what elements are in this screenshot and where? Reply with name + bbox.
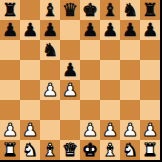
square-d2[interactable]: [60, 120, 80, 140]
piece-white-bishop: ♝: [42, 140, 58, 160]
piece-white-pawn: ♟: [62, 80, 78, 100]
piece-white-king: ♚: [82, 140, 98, 160]
piece-black-queen: ♛: [62, 0, 78, 20]
square-g7[interactable]: ♟: [120, 20, 140, 40]
square-e6[interactable]: [80, 40, 100, 60]
piece-black-pawn: ♟: [82, 20, 98, 40]
piece-white-pawn: ♟: [82, 120, 98, 140]
piece-black-pawn: ♟: [22, 20, 38, 40]
piece-black-pawn: ♟: [2, 20, 18, 40]
square-e3[interactable]: [80, 100, 100, 120]
piece-white-pawn: ♟: [2, 120, 18, 140]
piece-black-pawn: ♟: [122, 20, 138, 40]
square-f1[interactable]: ♝: [100, 140, 120, 160]
piece-white-rook: ♜: [2, 140, 18, 160]
piece-white-bishop: ♝: [102, 140, 118, 160]
square-c5[interactable]: [40, 60, 60, 80]
piece-black-bishop: ♝: [42, 0, 58, 20]
square-b6[interactable]: [20, 40, 40, 60]
square-f8[interactable]: ♝: [100, 0, 120, 20]
square-f7[interactable]: ♟: [100, 20, 120, 40]
piece-white-pawn: ♟: [42, 80, 58, 100]
square-d5[interactable]: ♟: [60, 60, 80, 80]
square-d1[interactable]: ♛: [60, 140, 80, 160]
square-a4[interactable]: [0, 80, 20, 100]
square-b1[interactable]: ♞: [20, 140, 40, 160]
piece-black-king: ♚: [82, 0, 98, 20]
square-e4[interactable]: [80, 80, 100, 100]
square-e7[interactable]: ♟: [80, 20, 100, 40]
square-f5[interactable]: [100, 60, 120, 80]
square-h6[interactable]: [140, 40, 160, 60]
square-g6[interactable]: [120, 40, 140, 60]
square-f2[interactable]: ♟: [100, 120, 120, 140]
square-h3[interactable]: [140, 100, 160, 120]
square-a1[interactable]: ♜: [0, 140, 20, 160]
square-c2[interactable]: [40, 120, 60, 140]
piece-black-rook: ♜: [2, 0, 18, 20]
piece-black-pawn: ♟: [42, 20, 58, 40]
square-e5[interactable]: [80, 60, 100, 80]
piece-black-knight: ♞: [122, 0, 138, 20]
chess-board-frame: ♜♝♛♚♝♞♜♟♟♟♟♟♟♟♞♟♟♟♟♟♟♟♟♟♜♞♝♛♚♝♞♜: [0, 0, 162, 162]
square-a5[interactable]: [0, 60, 20, 80]
square-e1[interactable]: ♚: [80, 140, 100, 160]
square-h7[interactable]: ♟: [140, 20, 160, 40]
square-f3[interactable]: [100, 100, 120, 120]
piece-black-rook: ♜: [142, 0, 158, 20]
piece-black-pawn: ♟: [62, 60, 78, 80]
square-b3[interactable]: [20, 100, 40, 120]
square-d7[interactable]: [60, 20, 80, 40]
square-a2[interactable]: ♟: [0, 120, 20, 140]
square-h8[interactable]: ♜: [140, 0, 160, 20]
piece-white-pawn: ♟: [142, 120, 158, 140]
square-b4[interactable]: [20, 80, 40, 100]
square-h5[interactable]: [140, 60, 160, 80]
square-d4[interactable]: ♟: [60, 80, 80, 100]
square-a6[interactable]: [0, 40, 20, 60]
square-a3[interactable]: [0, 100, 20, 120]
piece-black-bishop: ♝: [102, 0, 118, 20]
square-d6[interactable]: [60, 40, 80, 60]
square-c7[interactable]: ♟: [40, 20, 60, 40]
square-e2[interactable]: ♟: [80, 120, 100, 140]
square-h1[interactable]: ♜: [140, 140, 160, 160]
piece-white-pawn: ♟: [102, 120, 118, 140]
square-b5[interactable]: [20, 60, 40, 80]
square-g3[interactable]: [120, 100, 140, 120]
square-b8[interactable]: [20, 0, 40, 20]
square-c3[interactable]: [40, 100, 60, 120]
square-f6[interactable]: [100, 40, 120, 60]
piece-black-pawn: ♟: [102, 20, 118, 40]
square-g5[interactable]: [120, 60, 140, 80]
square-e8[interactable]: ♚: [80, 0, 100, 20]
square-c1[interactable]: ♝: [40, 140, 60, 160]
square-g8[interactable]: ♞: [120, 0, 140, 20]
square-b7[interactable]: ♟: [20, 20, 40, 40]
piece-white-knight: ♞: [122, 140, 138, 160]
square-c6[interactable]: ♞: [40, 40, 60, 60]
square-g4[interactable]: [120, 80, 140, 100]
piece-black-knight: ♞: [42, 40, 58, 60]
square-h2[interactable]: ♟: [140, 120, 160, 140]
square-d3[interactable]: [60, 100, 80, 120]
square-g2[interactable]: ♟: [120, 120, 140, 140]
piece-white-pawn: ♟: [122, 120, 138, 140]
square-a8[interactable]: ♜: [0, 0, 20, 20]
square-c8[interactable]: ♝: [40, 0, 60, 20]
square-b2[interactable]: ♟: [20, 120, 40, 140]
piece-black-pawn: ♟: [142, 20, 158, 40]
square-g1[interactable]: ♞: [120, 140, 140, 160]
square-h4[interactable]: [140, 80, 160, 100]
square-a7[interactable]: ♟: [0, 20, 20, 40]
piece-white-pawn: ♟: [22, 120, 38, 140]
chess-board: ♜♝♛♚♝♞♜♟♟♟♟♟♟♟♞♟♟♟♟♟♟♟♟♟♜♞♝♛♚♝♞♜: [0, 0, 160, 160]
piece-white-knight: ♞: [22, 140, 38, 160]
piece-white-queen: ♛: [62, 140, 78, 160]
square-d8[interactable]: ♛: [60, 0, 80, 20]
piece-white-rook: ♜: [142, 140, 158, 160]
square-f4[interactable]: [100, 80, 120, 100]
square-c4[interactable]: ♟: [40, 80, 60, 100]
